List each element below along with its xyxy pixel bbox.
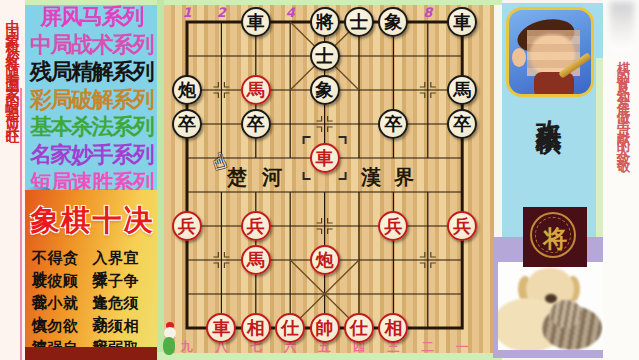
xiangqi-piece[interactable]: 兵 <box>172 211 202 241</box>
right-strip-text: 棋的普及和发展做出贡献的人致敬 <box>615 50 633 155</box>
xiangqi-piece[interactable]: 帥 <box>310 313 340 343</box>
xiangqi-piece[interactable]: 炮 <box>172 75 202 105</box>
puppy-kitten-photo <box>498 262 618 350</box>
xiangqi-piece[interactable]: 馬 <box>447 75 477 105</box>
maxim-text: 攻彼顾我 <box>32 271 93 292</box>
xiangqi-piece[interactable]: 兵 <box>241 211 271 241</box>
maxim-text: 逢危须弃 <box>93 293 154 314</box>
xiangqi-piece[interactable]: 馬 <box>241 245 271 275</box>
maxim-text: 舍小就大 <box>32 293 93 314</box>
xiangqi-piece[interactable]: 仕 <box>344 313 374 343</box>
maxim-text: 入界宜缓 <box>93 248 154 269</box>
emblem-character: 将 <box>523 223 587 255</box>
xiangqi-board[interactable]: 123456789九八七六五四三二一楚河漢界車將士象車士炮馬象馬卒卒卒卒車兵兵兵… <box>164 5 494 353</box>
xiangqi-piece[interactable]: 馬 <box>241 75 271 105</box>
xiangqi-piece[interactable]: 車 <box>241 7 271 37</box>
maxim-text: 动须相应 <box>93 316 154 337</box>
xiangqi-piece[interactable]: 將 <box>310 7 340 37</box>
right-green-edge <box>596 58 603 237</box>
xiangqi-piece[interactable]: 象 <box>310 75 340 105</box>
series-item: 基本杀法系列 <box>25 113 158 141</box>
maxim-text: 不得贪胜 <box>32 248 93 269</box>
xiangqi-piece[interactable]: 卒 <box>241 109 271 139</box>
maxims-rows: 不得贪胜入界宜缓攻彼顾我弃子争先舍小就大逢危须弃慎勿欲速动须相应彼强自保我弱取和 <box>25 248 160 359</box>
maxim-row: 不得贪胜入界宜缓 <box>25 248 160 269</box>
xiangqi-piece[interactable]: 相 <box>241 313 271 343</box>
jiang-emblem: 将 <box>523 207 587 267</box>
video-frame: 中国象棋必将随着国家的崛起而兴旺 屏风马系列中局战术系列残局精解系列彩局破解系列… <box>0 0 639 360</box>
xiangqi-piece[interactable]: 卒 <box>172 109 202 139</box>
xiangqi-piece[interactable]: 仕 <box>275 313 305 343</box>
series-item: 残局精解系列 <box>25 58 158 86</box>
maxims-panel: 象棋十决 不得贪胜入界宜缓攻彼顾我弃子争先舍小就大逢危须弃慎勿欲速动须相应彼强自… <box>25 190 160 352</box>
maxim-row: 慎勿欲速动须相应 <box>25 316 160 337</box>
xiangqi-piece[interactable]: 士 <box>310 41 340 71</box>
series-panel: 屏风马系列中局战术系列残局精解系列彩局破解系列基本杀法系列名家妙手系列短局速胜系… <box>25 3 158 197</box>
maxim-row: 舍小就大逢危须弃 <box>25 293 160 314</box>
character-ear <box>512 48 526 67</box>
xiangqi-piece[interactable]: 炮 <box>310 245 340 275</box>
xiangqi-piece[interactable]: 車 <box>447 7 477 37</box>
series-list: 屏风马系列中局战术系列残局精解系列彩局破解系列基本杀法系列名家妙手系列短局速胜系… <box>25 3 158 196</box>
board-frame-left <box>157 0 164 360</box>
maroon-strip <box>25 347 158 360</box>
series-item: 彩局破解系列 <box>25 86 158 114</box>
maxims-title: 象棋十决 <box>25 201 160 241</box>
maxim-text: 弃子争先 <box>93 271 154 292</box>
maxim-text: 慎勿欲速 <box>32 316 93 337</box>
blurred-text-top <box>610 2 634 52</box>
app-name: 欢乐象棋 <box>532 100 567 110</box>
xiangqi-piece[interactable]: 士 <box>344 7 374 37</box>
xiangqi-piece[interactable]: 車 <box>310 143 340 173</box>
divider-line <box>20 88 22 360</box>
series-item: 名家妙手系列 <box>25 141 158 169</box>
mascot-figure <box>161 322 179 356</box>
series-item: 屏风马系列 <box>25 3 158 31</box>
xiangqi-piece[interactable]: 兵 <box>447 211 477 241</box>
series-item: 中局战术系列 <box>25 31 158 59</box>
maxim-row: 攻彼顾我弃子争先 <box>25 271 160 292</box>
character-body <box>534 72 574 97</box>
app-icon <box>506 7 594 97</box>
xiangqi-piece[interactable]: 卒 <box>447 109 477 139</box>
